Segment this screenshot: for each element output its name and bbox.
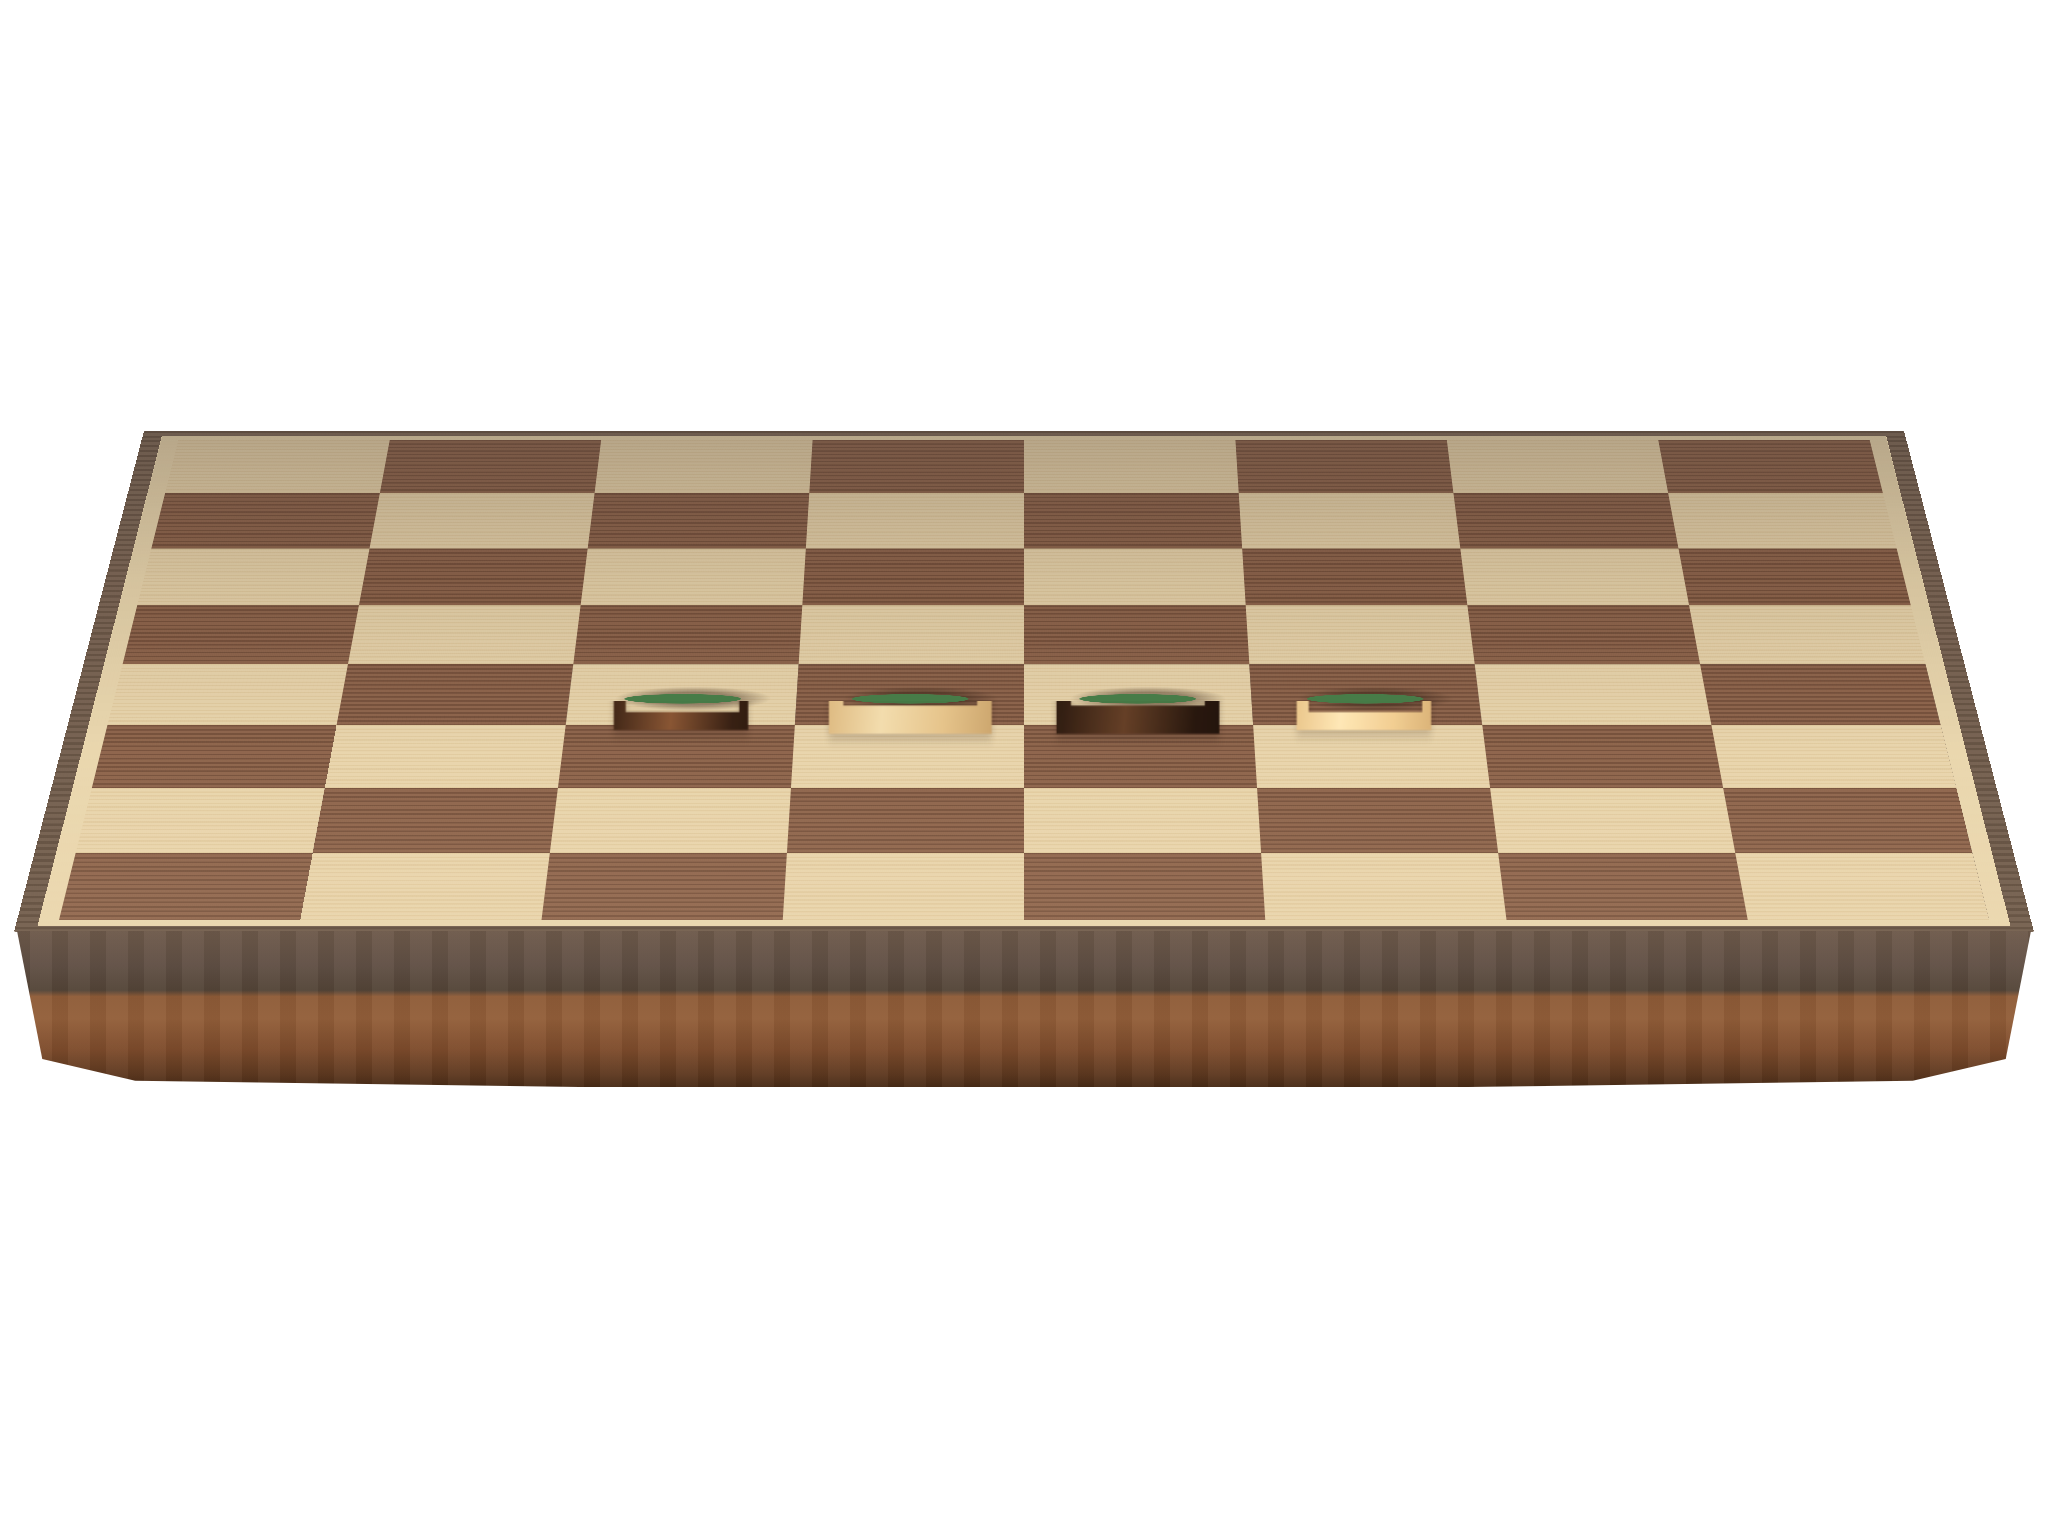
board-grid: ♛♚♚♛ [38, 436, 2011, 926]
square-a7 [151, 493, 379, 548]
square-f1 [1261, 853, 1506, 920]
square-h3 [1711, 725, 1956, 788]
square-f2 [1257, 788, 1498, 853]
square-h4 [1700, 664, 1940, 725]
board-front-edge [14, 931, 2034, 1087]
square-c3 [558, 725, 795, 788]
square-d2 [787, 788, 1024, 853]
chessboard: ♛♚♚♛ [14, 431, 2034, 932]
square-g3 [1482, 725, 1723, 788]
square-e3 [1024, 725, 1257, 788]
square-a1 [59, 853, 313, 920]
square-d3 [791, 725, 1024, 788]
square-g4 [1475, 664, 1712, 725]
square-a2 [76, 788, 325, 853]
square-a5 [123, 605, 359, 664]
product-photo: ♛♚♚♛ [0, 0, 2048, 1535]
board-scene: ♛♚♚♛ [14, 0, 2034, 932]
square-b2 [313, 788, 558, 853]
square-h5 [1689, 605, 1925, 664]
square-h7 [1668, 493, 1896, 548]
square-f4: ♛ [1249, 664, 1482, 725]
square-e4: ♚ [1024, 664, 1253, 725]
square-h8 [1658, 440, 1883, 493]
square-a4 [107, 664, 347, 725]
square-e2 [1024, 788, 1261, 853]
square-f3 [1253, 725, 1490, 788]
square-g2 [1490, 788, 1735, 853]
square-h6 [1678, 549, 1910, 606]
square-g1 [1498, 853, 1748, 920]
square-h2 [1723, 788, 1972, 853]
square-c1 [541, 853, 786, 920]
square-b1 [300, 853, 550, 920]
square-b3 [325, 725, 566, 788]
square-d1 [783, 853, 1024, 920]
square-c2 [550, 788, 791, 853]
square-b4 [337, 664, 574, 725]
square-e1 [1024, 853, 1265, 920]
square-a8 [165, 440, 390, 493]
square-a6 [137, 549, 369, 606]
square-h1 [1735, 853, 1989, 920]
square-a3 [92, 725, 337, 788]
